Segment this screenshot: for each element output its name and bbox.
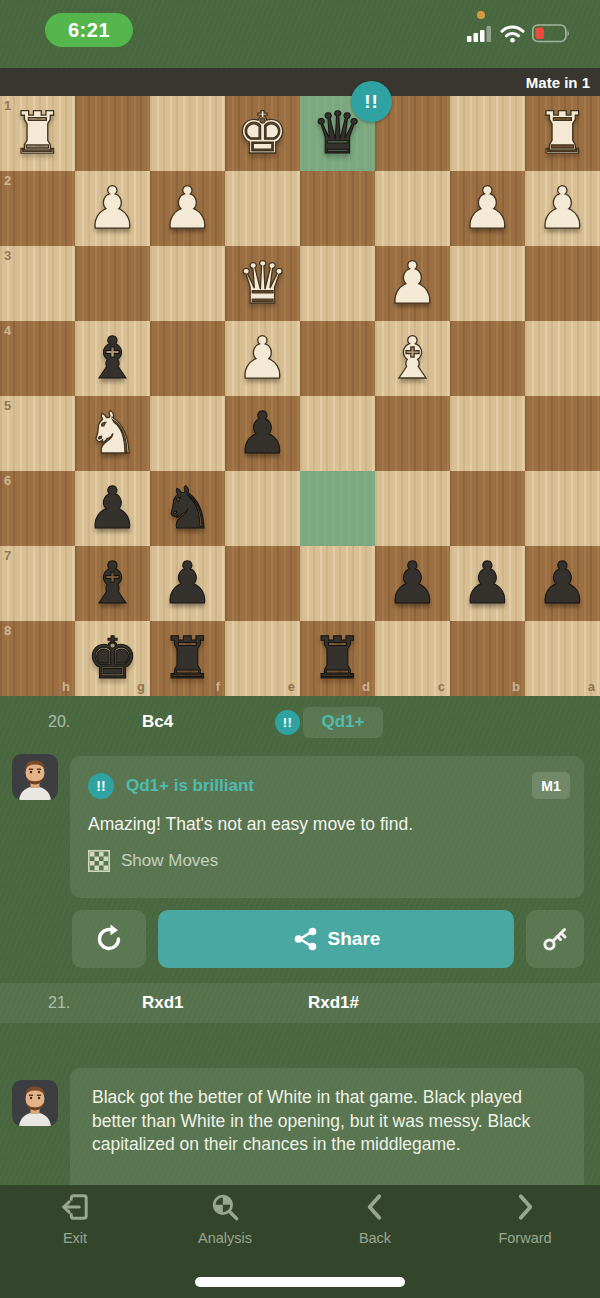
board-square[interactable]: ♚g bbox=[75, 621, 150, 696]
card-title: Qd1+ is brilliant bbox=[126, 776, 254, 796]
brilliant-icon: !! bbox=[88, 773, 114, 799]
eval-badge: M1 bbox=[532, 772, 570, 799]
rank-label: 7 bbox=[4, 548, 11, 563]
board-square[interactable] bbox=[150, 321, 225, 396]
board-square[interactable]: e bbox=[225, 621, 300, 696]
move-number: 20. bbox=[48, 713, 70, 731]
board-square[interactable] bbox=[150, 96, 225, 171]
board-square[interactable]: ♞ bbox=[75, 396, 150, 471]
board-square[interactable]: 2 bbox=[0, 171, 75, 246]
coach-avatar bbox=[12, 754, 58, 800]
rank-label: 2 bbox=[4, 173, 11, 188]
board-square[interactable] bbox=[450, 321, 525, 396]
board-square[interactable]: ♟ bbox=[150, 546, 225, 621]
cellular-signal-icon bbox=[467, 25, 493, 43]
board-square[interactable] bbox=[525, 321, 600, 396]
board-square[interactable] bbox=[450, 246, 525, 321]
battery-low-icon bbox=[532, 24, 572, 43]
retry-icon bbox=[93, 923, 125, 955]
chess-piece: ♟ bbox=[375, 546, 450, 621]
board-square[interactable]: ♞ bbox=[150, 471, 225, 546]
nav-item-exit[interactable]: Exit bbox=[0, 1185, 150, 1298]
chess-piece: ♜ bbox=[0, 96, 75, 171]
board-square[interactable] bbox=[450, 396, 525, 471]
chess-piece: ♞ bbox=[150, 471, 225, 546]
board-square[interactable]: ♟ bbox=[450, 546, 525, 621]
chess-board: ♜1♚♛♜2♟♟♟♟3♛♟4♝♟♝5♞♟6♟♞7♝♟♟♟♟8h♚g♜fe♜dcb… bbox=[0, 96, 600, 696]
board-square[interactable] bbox=[150, 396, 225, 471]
chess-piece: ♟ bbox=[525, 171, 600, 246]
board-square[interactable] bbox=[300, 396, 375, 471]
chess-piece: ♞ bbox=[75, 396, 150, 471]
brilliant-badge-icon: !! bbox=[351, 81, 392, 122]
chess-piece: ♜ bbox=[525, 96, 600, 171]
key-icon bbox=[540, 924, 570, 954]
board-square[interactable] bbox=[150, 246, 225, 321]
board-square[interactable] bbox=[225, 171, 300, 246]
move-row-20: 20. Bc4 !! Qd1+ bbox=[0, 702, 600, 742]
white-move[interactable]: Bc4 bbox=[142, 712, 173, 732]
board-square[interactable]: ♜1 bbox=[0, 96, 75, 171]
board-square[interactable] bbox=[375, 396, 450, 471]
file-label: b bbox=[512, 679, 520, 694]
nav-label: Exit bbox=[63, 1230, 87, 1246]
chess-piece: ♟ bbox=[450, 546, 525, 621]
chess-piece: ♝ bbox=[375, 321, 450, 396]
chess-piece: ♟ bbox=[225, 396, 300, 471]
board-wrap: ♜1♚♛♜2♟♟♟♟3♛♟4♝♟♝5♞♟6♟♞7♝♟♟♟♟8h♚g♜fe♜dcb… bbox=[0, 96, 600, 696]
chess-piece: ♚ bbox=[225, 96, 300, 171]
chess-piece: ♟ bbox=[75, 171, 150, 246]
mate-in-header: Mate in 1 bbox=[0, 68, 600, 96]
analysis-magnifier-icon bbox=[209, 1191, 241, 1223]
show-moves-button[interactable]: Show Moves bbox=[88, 850, 570, 872]
chess-piece: ♜ bbox=[150, 621, 225, 696]
file-label: c bbox=[438, 679, 445, 694]
board-square[interactable]: 8h bbox=[0, 621, 75, 696]
nav-item-forward[interactable]: Forward bbox=[450, 1185, 600, 1298]
board-square[interactable] bbox=[300, 246, 375, 321]
board-square[interactable] bbox=[300, 321, 375, 396]
board-square[interactable]: ♟ bbox=[525, 171, 600, 246]
home-indicator[interactable] bbox=[195, 1277, 405, 1287]
share-button[interactable]: Share bbox=[158, 910, 514, 968]
board-square[interactable]: ♝ bbox=[375, 321, 450, 396]
status-icons bbox=[467, 24, 572, 43]
nav-label: Analysis bbox=[198, 1230, 252, 1246]
board-square[interactable]: ♟ bbox=[525, 546, 600, 621]
brilliant-mini-icon: !! bbox=[275, 710, 300, 735]
board-square[interactable] bbox=[375, 471, 450, 546]
black-move[interactable]: Rxd1# bbox=[308, 993, 359, 1013]
board-square[interactable]: ♟ bbox=[450, 171, 525, 246]
board-square[interactable] bbox=[525, 246, 600, 321]
analysis-card: !! Qd1+ is brilliant M1 Amazing! That's … bbox=[70, 756, 584, 898]
board-square[interactable]: ♟ bbox=[375, 546, 450, 621]
board-square[interactable]: c bbox=[375, 621, 450, 696]
app-screen: 6:21 Mate in 1 ♜1♚♛♜2♟♟♟♟3♛♟4♝♟♝5♞♟6♟♞7♝… bbox=[0, 0, 600, 1298]
board-square[interactable]: ♟ bbox=[75, 471, 150, 546]
board-square[interactable]: 5 bbox=[0, 396, 75, 471]
chess-piece: ♟ bbox=[150, 546, 225, 621]
file-label: d bbox=[362, 679, 370, 694]
file-label: f bbox=[216, 679, 220, 694]
board-square[interactable]: ♛ bbox=[225, 246, 300, 321]
board-square[interactable] bbox=[75, 246, 150, 321]
board-square[interactable] bbox=[525, 396, 600, 471]
board-square[interactable] bbox=[450, 96, 525, 171]
card-comment: Amazing! That's not an easy move to find… bbox=[88, 814, 570, 835]
board-square[interactable]: ♟ bbox=[75, 171, 150, 246]
file-label: e bbox=[288, 679, 295, 694]
board-square[interactable]: b bbox=[450, 621, 525, 696]
board-square[interactable] bbox=[525, 471, 600, 546]
move-number: 21. bbox=[48, 994, 70, 1012]
checkerboard-icon bbox=[88, 850, 110, 872]
board-square[interactable]: ♝ bbox=[75, 546, 150, 621]
board-square[interactable]: ♝ bbox=[75, 321, 150, 396]
rank-label: 5 bbox=[4, 398, 11, 413]
nav-label: Back bbox=[359, 1230, 391, 1246]
board-square[interactable]: ♟ bbox=[225, 321, 300, 396]
board-square[interactable]: 7 bbox=[0, 546, 75, 621]
selected-move-pill[interactable]: Qd1+ bbox=[303, 707, 383, 738]
board-square[interactable] bbox=[225, 546, 300, 621]
coach-comment-card: Black got the better of White in that ga… bbox=[70, 1068, 584, 1198]
board-square[interactable]: ♜d bbox=[300, 621, 375, 696]
board-square[interactable]: 3 bbox=[0, 246, 75, 321]
rank-label: 1 bbox=[4, 98, 11, 113]
board-square[interactable]: ♚ bbox=[225, 96, 300, 171]
key-button[interactable] bbox=[526, 910, 584, 968]
chess-piece: ♟ bbox=[225, 321, 300, 396]
chess-piece: ♛ bbox=[225, 246, 300, 321]
coach-comment-text: Black got the better of White in that ga… bbox=[92, 1086, 570, 1157]
show-moves-label: Show Moves bbox=[121, 851, 218, 871]
board-square[interactable] bbox=[300, 471, 375, 546]
file-label: a bbox=[588, 679, 595, 694]
move-row-21: 21. Rxd1 Rxd1# bbox=[0, 983, 600, 1023]
board-square[interactable] bbox=[450, 471, 525, 546]
file-label: h bbox=[62, 679, 70, 694]
board-square[interactable] bbox=[375, 171, 450, 246]
board-square[interactable]: ♜f bbox=[150, 621, 225, 696]
board-square[interactable] bbox=[300, 546, 375, 621]
board-square[interactable]: ♜ bbox=[525, 96, 600, 171]
share-icon bbox=[292, 926, 318, 952]
chess-piece: ♝ bbox=[75, 546, 150, 621]
wifi-icon bbox=[500, 25, 525, 43]
board-square[interactable]: ♟ bbox=[375, 246, 450, 321]
time-pill: 6:21 bbox=[45, 13, 133, 47]
forward-chevron-icon bbox=[509, 1191, 541, 1223]
rank-label: 8 bbox=[4, 623, 11, 638]
back-chevron-icon bbox=[359, 1191, 391, 1223]
board-square[interactable] bbox=[300, 171, 375, 246]
rank-label: 4 bbox=[4, 323, 11, 338]
chess-piece: ♟ bbox=[150, 171, 225, 246]
chess-piece: ♝ bbox=[75, 321, 150, 396]
nav-label: Forward bbox=[498, 1230, 551, 1246]
exit-icon bbox=[59, 1191, 91, 1223]
board-square[interactable]: 4 bbox=[0, 321, 75, 396]
file-label: g bbox=[137, 679, 145, 694]
mate-in-label: Mate in 1 bbox=[526, 74, 590, 91]
recording-dot-icon bbox=[477, 11, 485, 19]
coach-avatar bbox=[12, 1080, 58, 1126]
retry-button[interactable] bbox=[72, 910, 146, 968]
white-move[interactable]: Rxd1 bbox=[142, 993, 184, 1013]
share-label: Share bbox=[328, 928, 381, 950]
board-square[interactable]: ♟ bbox=[150, 171, 225, 246]
board-square[interactable]: ♟ bbox=[225, 396, 300, 471]
chess-piece: ♟ bbox=[450, 171, 525, 246]
board-square[interactable]: 6 bbox=[0, 471, 75, 546]
chess-piece: ♟ bbox=[375, 246, 450, 321]
rank-label: 3 bbox=[4, 248, 11, 263]
board-square[interactable] bbox=[225, 471, 300, 546]
rank-label: 6 bbox=[4, 473, 11, 488]
board-square[interactable] bbox=[75, 96, 150, 171]
black-move: Qd1+ bbox=[322, 712, 365, 732]
board-square[interactable]: a bbox=[525, 621, 600, 696]
battery-charge-level bbox=[535, 28, 544, 39]
chess-piece: ♟ bbox=[525, 546, 600, 621]
chess-piece: ♟ bbox=[75, 471, 150, 546]
